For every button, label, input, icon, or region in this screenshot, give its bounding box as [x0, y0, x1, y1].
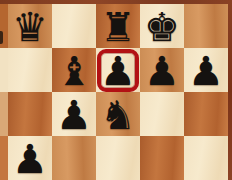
- square-d7[interactable]: ♟: [96, 48, 140, 92]
- black-bishop-piece[interactable]: ♝: [52, 48, 96, 92]
- a-file-square-sliver-3: [0, 136, 8, 180]
- square-f7[interactable]: ♟: [184, 48, 228, 92]
- black-pawn-piece[interactable]: ♟: [140, 48, 184, 92]
- black-pawn-piece[interactable]: ♟: [52, 92, 96, 136]
- square-e7[interactable]: ♟: [140, 48, 184, 92]
- chess-board: ♛♜♚♝♟♟♟♟♞♟: [8, 4, 228, 180]
- square-f6[interactable]: [184, 92, 228, 136]
- black-knight-piece[interactable]: ♞: [96, 92, 140, 136]
- black-queen-piece[interactable]: ♛: [8, 4, 52, 48]
- square-b8[interactable]: ♛: [8, 4, 52, 48]
- square-e8[interactable]: ♚: [140, 4, 184, 48]
- a8-piece-fragment: [0, 31, 3, 44]
- square-f8[interactable]: [184, 4, 228, 48]
- square-d6[interactable]: ♞: [96, 92, 140, 136]
- black-rook-piece[interactable]: ♜: [96, 4, 140, 48]
- black-pawn-piece[interactable]: ♟: [184, 48, 228, 92]
- a-file-square-sliver-1: [0, 48, 8, 92]
- square-e6[interactable]: [140, 92, 184, 136]
- black-pawn-piece[interactable]: ♟: [96, 48, 140, 92]
- square-c5[interactable]: [52, 136, 96, 180]
- square-e5[interactable]: [140, 136, 184, 180]
- square-c6[interactable]: ♟: [52, 92, 96, 136]
- board-frame-top: [0, 0, 232, 4]
- square-f5[interactable]: [184, 136, 228, 180]
- a-file-square-sliver-2: [0, 92, 8, 136]
- black-pawn-piece[interactable]: ♟: [8, 136, 52, 180]
- black-king-piece[interactable]: ♚: [140, 4, 184, 48]
- cut-off-a-file-column: [0, 4, 8, 180]
- square-b7[interactable]: [8, 48, 52, 92]
- square-d5[interactable]: [96, 136, 140, 180]
- board-frame-right: [228, 0, 232, 180]
- square-d8[interactable]: ♜: [96, 4, 140, 48]
- square-c8[interactable]: [52, 4, 96, 48]
- square-b5[interactable]: ♟: [8, 136, 52, 180]
- chess-board-screenshot: ♛♜♚♝♟♟♟♟♞♟: [0, 0, 232, 180]
- square-b6[interactable]: [8, 92, 52, 136]
- square-c7[interactable]: ♝: [52, 48, 96, 92]
